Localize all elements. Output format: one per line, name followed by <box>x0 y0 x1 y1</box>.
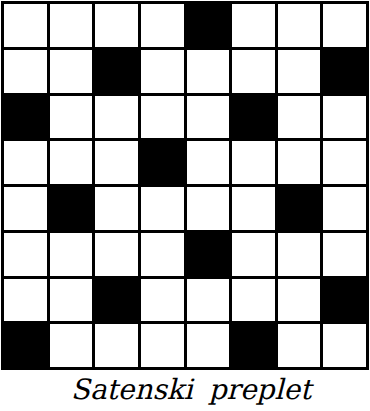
cell-r8c8[interactable] <box>323 324 366 367</box>
cell-r5c6[interactable] <box>232 187 275 230</box>
cell-r8c5[interactable] <box>187 324 230 367</box>
cell-r4c4 <box>141 141 184 184</box>
cell-r5c8[interactable] <box>323 187 366 230</box>
cell-r3c2[interactable] <box>50 96 93 139</box>
cell-r6c5 <box>187 233 230 276</box>
cell-r8c4[interactable] <box>141 324 184 367</box>
cell-r4c1[interactable] <box>4 141 47 184</box>
cell-r5c4[interactable] <box>141 187 184 230</box>
cell-r2c5[interactable] <box>187 50 230 93</box>
cell-r7c6[interactable] <box>232 279 275 322</box>
cell-r2c1[interactable] <box>4 50 47 93</box>
cell-r8c7[interactable] <box>278 324 321 367</box>
cell-r7c1[interactable] <box>4 279 47 322</box>
cell-r1c7[interactable] <box>278 4 321 47</box>
cell-r2c8 <box>323 50 366 93</box>
cell-r7c8 <box>323 279 366 322</box>
cell-r1c3[interactable] <box>95 4 138 47</box>
cell-r6c2[interactable] <box>50 233 93 276</box>
cell-r4c5[interactable] <box>187 141 230 184</box>
cell-r8c1 <box>4 324 47 367</box>
cell-r6c6[interactable] <box>232 233 275 276</box>
cell-r1c8[interactable] <box>323 4 366 47</box>
cell-r4c2[interactable] <box>50 141 93 184</box>
cell-r3c7[interactable] <box>278 96 321 139</box>
cell-r4c3[interactable] <box>95 141 138 184</box>
caption: Satenski preplet <box>0 374 370 406</box>
cell-r7c7[interactable] <box>278 279 321 322</box>
cell-r3c3[interactable] <box>95 96 138 139</box>
cell-r5c7 <box>278 187 321 230</box>
cell-r5c2 <box>50 187 93 230</box>
cell-r7c3 <box>95 279 138 322</box>
cell-r2c3 <box>95 50 138 93</box>
cell-r4c7[interactable] <box>278 141 321 184</box>
weave-grid <box>1 1 369 370</box>
cell-r8c2[interactable] <box>50 324 93 367</box>
cell-r1c4[interactable] <box>141 4 184 47</box>
weave-diagram-page: Satenski preplet <box>0 0 370 411</box>
cell-r2c7[interactable] <box>278 50 321 93</box>
cell-r2c6[interactable] <box>232 50 275 93</box>
cell-r6c3[interactable] <box>95 233 138 276</box>
cell-r2c4[interactable] <box>141 50 184 93</box>
cell-r8c3[interactable] <box>95 324 138 367</box>
cell-r6c1[interactable] <box>4 233 47 276</box>
cell-r3c5[interactable] <box>187 96 230 139</box>
cell-r7c5[interactable] <box>187 279 230 322</box>
cell-r6c8[interactable] <box>323 233 366 276</box>
cell-r1c1[interactable] <box>4 4 47 47</box>
cell-r3c1 <box>4 96 47 139</box>
cell-r6c7[interactable] <box>278 233 321 276</box>
cell-r7c4[interactable] <box>141 279 184 322</box>
cell-r5c3[interactable] <box>95 187 138 230</box>
cell-r1c5 <box>187 4 230 47</box>
cell-r8c6 <box>232 324 275 367</box>
cell-r6c4[interactable] <box>141 233 184 276</box>
cell-r5c5[interactable] <box>187 187 230 230</box>
cell-r3c8[interactable] <box>323 96 366 139</box>
cell-r7c2[interactable] <box>50 279 93 322</box>
cell-r3c4[interactable] <box>141 96 184 139</box>
cell-r2c2[interactable] <box>50 50 93 93</box>
cell-r4c6[interactable] <box>232 141 275 184</box>
cell-r1c6[interactable] <box>232 4 275 47</box>
cell-r1c2[interactable] <box>50 4 93 47</box>
cell-r4c8[interactable] <box>323 141 366 184</box>
cell-r3c6 <box>232 96 275 139</box>
cell-r5c1[interactable] <box>4 187 47 230</box>
